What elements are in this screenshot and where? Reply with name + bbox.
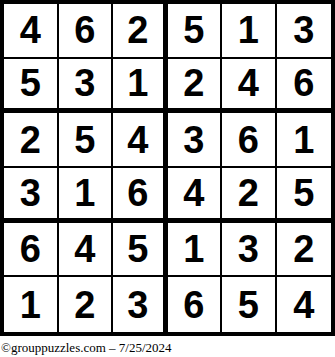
sudoku-cell: 6 — [277, 59, 332, 114]
copyright-footer: ©grouppuzzles.com – 7/25/2024 — [0, 340, 335, 355]
sudoku-cell: 6 — [222, 113, 277, 168]
sudoku-cell: 5 — [222, 277, 277, 332]
sudoku-cell: 4 — [59, 223, 114, 278]
sudoku-cell: 3 — [113, 277, 168, 332]
sudoku-cell: 2 — [59, 277, 114, 332]
sudoku-board: 462513531246254361316425645132123654 — [0, 0, 335, 336]
sudoku-cell: 5 — [277, 168, 332, 223]
sudoku-cell: 3 — [59, 59, 114, 114]
sudoku-cell: 1 — [59, 168, 114, 223]
sudoku-cell: 6 — [59, 4, 114, 59]
sudoku-cell: 2 — [4, 113, 59, 168]
sudoku-cell: 1 — [277, 113, 332, 168]
sudoku-cell: 2 — [277, 223, 332, 278]
sudoku-cell: 2 — [113, 4, 168, 59]
sudoku-cell: 6 — [168, 277, 223, 332]
sudoku-cell: 5 — [113, 223, 168, 278]
sudoku-cell: 1 — [113, 59, 168, 114]
sudoku-cell: 4 — [113, 113, 168, 168]
sudoku-cell: 4 — [222, 59, 277, 114]
sudoku-cell: 5 — [168, 4, 223, 59]
sudoku-cell: 5 — [4, 59, 59, 114]
sudoku-cell: 5 — [59, 113, 114, 168]
sudoku-cell: 4 — [4, 4, 59, 59]
sudoku-cell: 1 — [222, 4, 277, 59]
sudoku-cell: 2 — [168, 59, 223, 114]
sudoku-cell: 4 — [168, 168, 223, 223]
sudoku-cell: 4 — [277, 277, 332, 332]
sudoku-cell: 3 — [277, 4, 332, 59]
sudoku-page: 462513531246254361316425645132123654 ©gr… — [0, 0, 335, 357]
sudoku-cell: 2 — [222, 168, 277, 223]
sudoku-cell: 6 — [113, 168, 168, 223]
sudoku-cell: 3 — [168, 113, 223, 168]
sudoku-cell: 1 — [168, 223, 223, 278]
sudoku-cell: 6 — [4, 223, 59, 278]
sudoku-cell: 3 — [222, 223, 277, 278]
sudoku-cell: 3 — [4, 168, 59, 223]
sudoku-cell: 1 — [4, 277, 59, 332]
